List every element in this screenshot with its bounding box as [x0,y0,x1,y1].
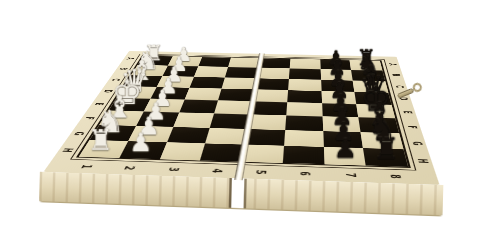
latch-bar-icon [397,88,415,99]
square-b5[interactable] [257,68,290,79]
square-c3[interactable] [189,77,225,89]
perspective-wrapper: ABCDEFGH ABCDEFGH 12345678 ♜♟♟♜♞♟♟♞♝♟♟♝♛… [0,0,500,245]
square-d6[interactable] [287,90,322,103]
square-h8[interactable]: ♜ [363,148,408,167]
square-h3[interactable] [160,142,206,160]
square-f6[interactable] [285,116,323,131]
square-c6[interactable] [288,79,321,91]
chess-board: ABCDEFGH ABCDEFGH 12345678 ♜♟♟♜♞♟♟♞♝♟♟♝♛… [43,51,439,185]
square-e6[interactable] [286,102,322,116]
square-h7[interactable]: ♟ [323,147,366,166]
square-b6[interactable] [289,69,321,80]
square-f4[interactable] [210,114,250,129]
black-pawn[interactable]: ♟ [324,136,365,162]
square-h2[interactable]: ♟ [119,141,166,159]
white-pawn[interactable]: ♟ [120,130,161,156]
square-d5[interactable] [252,89,287,102]
chess-photo-scene: ABCDEFGH ABCDEFGH 12345678 ♜♟♟♜♞♟♟♞♝♟♟♝♛… [0,0,500,245]
square-h6[interactable] [283,146,325,165]
black-rook[interactable]: ♜ [366,133,407,163]
square-e5[interactable] [250,101,287,115]
square-f3[interactable] [173,113,214,128]
square-e3[interactable] [179,100,218,114]
square-g6[interactable] [284,130,324,147]
square-d3[interactable] [184,88,222,101]
white-rook[interactable]: ♜ [80,125,120,154]
square-g3[interactable] [167,127,210,144]
square-b3[interactable] [194,66,229,77]
square-c5[interactable] [255,78,289,90]
